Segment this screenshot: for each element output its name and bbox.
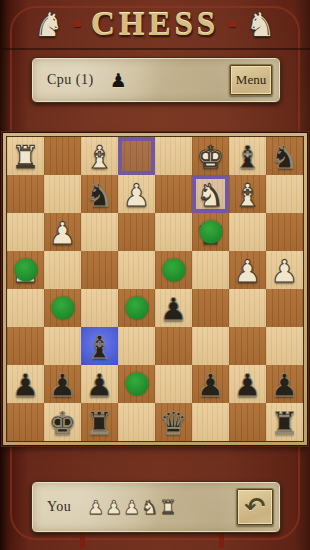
square-g6[interactable] <box>229 213 266 251</box>
legal-move-dot[interactable] <box>162 259 185 282</box>
square-f6[interactable]: ♛ <box>192 213 229 251</box>
white-rook[interactable]: ♜ <box>7 138 44 176</box>
square-b6[interactable]: ♟ <box>44 213 81 251</box>
you-captured-tray: ♟♟♟♞♜ <box>87 498 176 517</box>
knight-logo-right-icon: ♞ <box>246 8 276 41</box>
square-h8[interactable]: ♞ <box>266 137 303 175</box>
white-pawn[interactable]: ♟ <box>229 252 266 290</box>
square-e4[interactable]: ♟ <box>155 289 192 327</box>
square-h4[interactable] <box>266 289 303 327</box>
square-f7[interactable]: ♞ <box>192 175 229 213</box>
title-bar: ♞ CHESS ♞ <box>0 1 310 47</box>
square-c1[interactable]: ♜ <box>81 403 118 441</box>
black-bishop[interactable]: ♝ <box>229 138 266 176</box>
square-g3[interactable] <box>229 327 266 365</box>
chess-board: ♜♝♚♝♞♞♟♞♝♟♛♟♟♟♟♝♟♟♟♟♟♟♚♜♛♜ <box>7 137 303 441</box>
square-a5[interactable]: ♟ <box>7 251 44 289</box>
you-player-bar: You ♟♟♟♞♜ ↶ <box>31 481 281 533</box>
ribbon-decor-right <box>229 22 236 27</box>
black-pawn[interactable]: ♟ <box>81 366 118 404</box>
square-f2[interactable]: ♟ <box>192 365 229 403</box>
black-pawn[interactable]: ♟ <box>192 366 229 404</box>
square-b1[interactable]: ♚ <box>44 403 81 441</box>
menu-button[interactable]: Menu <box>229 64 273 96</box>
legal-move-dot[interactable] <box>125 297 148 320</box>
knight-logo-left-icon: ♞ <box>34 8 64 41</box>
square-h6[interactable] <box>266 213 303 251</box>
square-h3[interactable] <box>266 327 303 365</box>
square-g1[interactable] <box>229 403 266 441</box>
square-e2[interactable] <box>155 365 192 403</box>
cpu-player-bar: Cpu (1) ♟ Menu <box>31 57 281 103</box>
square-h5[interactable]: ♟ <box>266 251 303 289</box>
square-a8[interactable]: ♜ <box>7 137 44 175</box>
square-e6[interactable] <box>155 213 192 251</box>
black-pawn[interactable]: ♟ <box>266 366 303 404</box>
square-a3[interactable] <box>7 327 44 365</box>
captured-white-pawn-icon: ♟ <box>87 498 104 517</box>
white-pawn[interactable]: ♟ <box>266 252 303 290</box>
square-c3[interactable]: ♝ <box>81 327 118 365</box>
square-a1[interactable] <box>7 403 44 441</box>
black-queen[interactable]: ♛ <box>155 404 192 442</box>
white-knight[interactable]: ♞ <box>192 176 229 214</box>
square-b8[interactable] <box>44 137 81 175</box>
square-e3[interactable] <box>155 327 192 365</box>
square-h7[interactable] <box>266 175 303 213</box>
square-g5[interactable]: ♟ <box>229 251 266 289</box>
square-d1[interactable] <box>118 403 155 441</box>
square-g2[interactable]: ♟ <box>229 365 266 403</box>
white-king[interactable]: ♚ <box>192 138 229 176</box>
square-e1[interactable]: ♛ <box>155 403 192 441</box>
square-g4[interactable] <box>229 289 266 327</box>
ribbon-decor-left <box>74 22 81 27</box>
square-a6[interactable] <box>7 213 44 251</box>
black-pawn[interactable]: ♟ <box>229 366 266 404</box>
square-c5[interactable] <box>81 251 118 289</box>
square-c7[interactable]: ♞ <box>81 175 118 213</box>
cord-decor-left <box>80 533 85 548</box>
black-king[interactable]: ♚ <box>44 404 81 442</box>
captured-white-rook-icon: ♜ <box>159 498 176 517</box>
captured-white-pawn-icon: ♟ <box>123 498 140 517</box>
black-rook[interactable]: ♜ <box>81 404 118 442</box>
square-d4[interactable] <box>118 289 155 327</box>
white-pawn[interactable]: ♟ <box>44 214 81 252</box>
legal-move-dot[interactable] <box>125 373 148 396</box>
black-knight[interactable]: ♞ <box>266 138 303 176</box>
undo-button[interactable]: ↶ <box>236 488 274 526</box>
black-rook[interactable]: ♜ <box>266 404 303 442</box>
square-c8[interactable]: ♝ <box>81 137 118 175</box>
square-g7[interactable]: ♝ <box>229 175 266 213</box>
black-pawn[interactable]: ♟ <box>155 290 192 328</box>
undo-icon: ↶ <box>245 494 266 519</box>
square-f3[interactable] <box>192 327 229 365</box>
square-c4[interactable] <box>81 289 118 327</box>
captured-white-knight-icon: ♞ <box>141 498 158 517</box>
black-pawn[interactable]: ♟ <box>7 366 44 404</box>
white-bishop[interactable]: ♝ <box>81 138 118 176</box>
captured-black-pawn-icon: ♟ <box>110 71 127 90</box>
square-h2[interactable]: ♟ <box>266 365 303 403</box>
app-title: CHESS <box>91 6 219 43</box>
cpu-player-label: Cpu (1) <box>47 72 94 88</box>
legal-move-dot[interactable] <box>199 221 222 244</box>
white-bishop[interactable]: ♝ <box>229 176 266 214</box>
square-d3[interactable] <box>118 327 155 365</box>
cord-decor-right <box>219 533 224 548</box>
square-f1[interactable] <box>192 403 229 441</box>
square-b7[interactable] <box>44 175 81 213</box>
square-e7[interactable] <box>155 175 192 213</box>
white-pawn[interactable]: ♟ <box>118 176 155 214</box>
square-d5[interactable] <box>118 251 155 289</box>
square-f8[interactable]: ♚ <box>192 137 229 175</box>
captured-white-pawn-icon: ♟ <box>105 498 122 517</box>
square-b5[interactable] <box>44 251 81 289</box>
square-d6[interactable] <box>118 213 155 251</box>
square-a2[interactable]: ♟ <box>7 365 44 403</box>
square-b2[interactable]: ♟ <box>44 365 81 403</box>
black-pawn[interactable]: ♟ <box>44 366 81 404</box>
black-knight[interactable]: ♞ <box>81 176 118 214</box>
cpu-captured-tray: ♟ <box>110 71 127 90</box>
square-b4[interactable] <box>44 289 81 327</box>
legal-move-dot[interactable] <box>51 297 74 320</box>
square-a7[interactable] <box>7 175 44 213</box>
you-player-label: You <box>47 499 71 515</box>
legal-move-dot[interactable] <box>14 259 37 282</box>
square-e8[interactable] <box>155 137 192 175</box>
square-c2[interactable]: ♟ <box>81 365 118 403</box>
wood-seam <box>0 48 310 50</box>
square-d8[interactable] <box>118 137 155 175</box>
square-b3[interactable] <box>44 327 81 365</box>
square-f5[interactable] <box>192 251 229 289</box>
square-d2[interactable] <box>118 365 155 403</box>
square-g8[interactable]: ♝ <box>229 137 266 175</box>
square-e5[interactable] <box>155 251 192 289</box>
square-d7[interactable]: ♟ <box>118 175 155 213</box>
board-frame: ♜♝♚♝♞♞♟♞♝♟♛♟♟♟♟♝♟♟♟♟♟♟♚♜♛♜ <box>2 132 308 446</box>
square-a4[interactable] <box>7 289 44 327</box>
black-bishop[interactable]: ♝ <box>81 328 118 366</box>
square-h1[interactable]: ♜ <box>266 403 303 441</box>
square-c6[interactable] <box>81 213 118 251</box>
square-f4[interactable] <box>192 289 229 327</box>
